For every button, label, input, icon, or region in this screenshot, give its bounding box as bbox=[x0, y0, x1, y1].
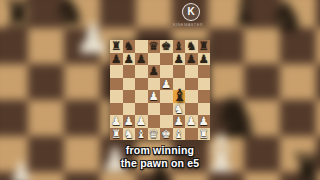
square-c1[interactable]: ♝ bbox=[135, 128, 148, 141]
kinemaster-logo-icon: K bbox=[182, 3, 200, 21]
square-e4[interactable] bbox=[160, 90, 173, 103]
square-d4[interactable]: ♟ bbox=[148, 90, 161, 103]
black-king: ♚ bbox=[161, 40, 171, 53]
square-a7[interactable]: ♟ bbox=[110, 53, 123, 66]
square-g6[interactable] bbox=[185, 65, 198, 78]
square-e2[interactable] bbox=[160, 115, 173, 128]
square-g1[interactable] bbox=[185, 128, 198, 141]
square-f8[interactable]: ♝ bbox=[173, 40, 186, 53]
white-pawn: ♟ bbox=[136, 115, 146, 128]
square-b1[interactable]: ♞ bbox=[123, 128, 136, 141]
white-pawn: ♟ bbox=[124, 115, 134, 128]
video-frame: ♜♞♟♝♞♞♝♟♟♜♟ ♜♞♛♚♝♞♜♟♟♟♟♟♟♟♟♟♞♟♟♟♟♟♟♜♞♝♛♚… bbox=[0, 0, 320, 180]
black-pawn: ♟ bbox=[124, 53, 134, 66]
square-b8[interactable]: ♞ bbox=[123, 40, 136, 53]
dragged-black-bishop[interactable]: ♝ bbox=[172, 87, 187, 104]
square-b6[interactable] bbox=[123, 65, 136, 78]
black-knight: ♞ bbox=[186, 40, 196, 53]
square-c4[interactable] bbox=[135, 90, 148, 103]
square-b4[interactable] bbox=[123, 90, 136, 103]
square-b5[interactable] bbox=[123, 78, 136, 91]
square-c6[interactable] bbox=[135, 65, 148, 78]
square-f2[interactable]: ♟ bbox=[173, 115, 186, 128]
square-d5[interactable] bbox=[148, 78, 161, 91]
black-knight: ♞ bbox=[124, 40, 134, 53]
square-d6[interactable]: ♟ bbox=[148, 65, 161, 78]
black-queen: ♛ bbox=[149, 40, 159, 53]
blurred-black-bishop: ♝ bbox=[226, 0, 262, 30]
square-b3[interactable] bbox=[123, 103, 136, 116]
square-e1[interactable]: ♚ bbox=[160, 128, 173, 141]
black-pawn: ♟ bbox=[111, 53, 121, 66]
square-g7[interactable]: ♟ bbox=[185, 53, 198, 66]
black-pawn: ♟ bbox=[149, 65, 159, 78]
square-f6[interactable] bbox=[173, 65, 186, 78]
white-rook: ♜ bbox=[199, 128, 209, 141]
caption-line-2: the pawn on e5 bbox=[0, 157, 320, 170]
square-c7[interactable]: ♟ bbox=[135, 53, 148, 66]
square-a2[interactable]: ♟ bbox=[110, 115, 123, 128]
square-h3[interactable] bbox=[198, 103, 211, 116]
square-h1[interactable]: ♜ bbox=[198, 128, 211, 141]
black-rook: ♜ bbox=[199, 40, 209, 53]
square-e7[interactable] bbox=[160, 53, 173, 66]
square-d8[interactable]: ♛ bbox=[148, 40, 161, 53]
square-a1[interactable]: ♜ bbox=[110, 128, 123, 141]
square-b7[interactable]: ♟ bbox=[123, 53, 136, 66]
square-g2[interactable]: ♟ bbox=[185, 115, 198, 128]
square-a3[interactable] bbox=[110, 103, 123, 116]
square-a4[interactable] bbox=[110, 90, 123, 103]
blurred-black-rook: ♜ bbox=[0, 0, 36, 34]
white-pawn: ♟ bbox=[149, 90, 159, 103]
square-g8[interactable]: ♞ bbox=[185, 40, 198, 53]
square-h6[interactable] bbox=[198, 65, 211, 78]
white-knight: ♞ bbox=[124, 128, 134, 141]
white-pawn: ♟ bbox=[161, 78, 171, 91]
square-c8[interactable] bbox=[135, 40, 148, 53]
square-a5[interactable] bbox=[110, 78, 123, 91]
square-e5[interactable]: ♟ bbox=[160, 78, 173, 91]
square-h5[interactable] bbox=[198, 78, 211, 91]
black-pawn: ♟ bbox=[186, 53, 196, 66]
black-pawn: ♟ bbox=[199, 53, 209, 66]
blurred-black-knight: ♞ bbox=[268, 0, 307, 38]
square-h8[interactable]: ♜ bbox=[198, 40, 211, 53]
white-bishop: ♝ bbox=[174, 128, 184, 141]
square-d7[interactable] bbox=[148, 53, 161, 66]
square-b2[interactable]: ♟ bbox=[123, 115, 136, 128]
white-rook: ♜ bbox=[111, 128, 121, 141]
white-queen: ♛ bbox=[149, 128, 159, 141]
square-h4[interactable] bbox=[198, 90, 211, 103]
square-h7[interactable]: ♟ bbox=[198, 53, 211, 66]
watermark-label: KINEMASTER bbox=[173, 22, 203, 27]
kinemaster-watermark: K KINEMASTER bbox=[176, 3, 206, 27]
caption-line-1: from winning bbox=[0, 144, 320, 157]
white-pawn: ♟ bbox=[111, 115, 121, 128]
black-pawn: ♟ bbox=[136, 53, 146, 66]
square-h2[interactable]: ♟ bbox=[198, 115, 211, 128]
white-pawn: ♟ bbox=[174, 115, 184, 128]
square-f7[interactable]: ♟ bbox=[173, 53, 186, 66]
square-c3[interactable] bbox=[135, 103, 148, 116]
white-bishop: ♝ bbox=[136, 128, 146, 141]
square-e6[interactable] bbox=[160, 65, 173, 78]
white-pawn: ♟ bbox=[186, 115, 196, 128]
black-bishop: ♝ bbox=[174, 40, 184, 53]
square-d3[interactable] bbox=[148, 103, 161, 116]
square-a6[interactable] bbox=[110, 65, 123, 78]
square-d2[interactable] bbox=[148, 115, 161, 128]
white-pawn: ♟ bbox=[199, 115, 209, 128]
square-e8[interactable]: ♚ bbox=[160, 40, 173, 53]
black-rook: ♜ bbox=[111, 40, 121, 53]
square-e3[interactable] bbox=[160, 103, 173, 116]
chess-board[interactable]: ♜♞♛♚♝♞♜♟♟♟♟♟♟♟♟♟♞♟♟♟♟♟♟♜♞♝♛♚♝♜ bbox=[110, 40, 210, 140]
blurred-white-pawn: ♟ bbox=[74, 18, 112, 60]
square-c5[interactable] bbox=[135, 78, 148, 91]
black-pawn: ♟ bbox=[174, 53, 184, 66]
square-f1[interactable]: ♝ bbox=[173, 128, 186, 141]
square-a8[interactable]: ♜ bbox=[110, 40, 123, 53]
white-king: ♚ bbox=[161, 128, 171, 141]
square-d1[interactable]: ♛ bbox=[148, 128, 161, 141]
square-c2[interactable]: ♟ bbox=[135, 115, 148, 128]
caption: from winning the pawn on e5 bbox=[0, 144, 320, 170]
